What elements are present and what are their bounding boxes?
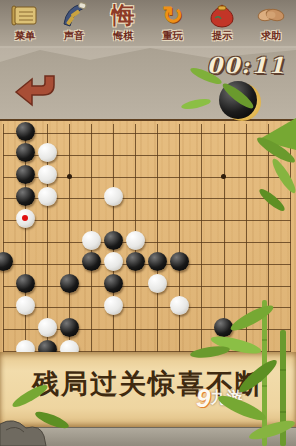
hui-character-icon: 悔 — [108, 0, 138, 30]
red-pouch-icon — [207, 0, 237, 30]
sound-label: 声音 — [64, 30, 84, 41]
status-bar: 00:11 — [0, 48, 296, 119]
horn-icon — [59, 0, 89, 30]
white-stone[interactable] — [104, 187, 123, 206]
toolbar: 菜单 声音 悔 悔棋 ↻ 重玩 — [0, 0, 296, 48]
sound-button[interactable]: 声音 — [50, 0, 98, 41]
ask-help-label: 求助 — [261, 30, 281, 41]
timer: 00:11 — [166, 52, 286, 78]
white-stone[interactable] — [16, 209, 35, 228]
undo-move-button[interactable]: 悔 悔棋 — [99, 0, 147, 41]
watermark-text: 九游 — [210, 388, 242, 409]
watermark-9: 9 — [196, 383, 210, 414]
black-stone[interactable] — [16, 122, 35, 141]
hint-label: 提示 — [212, 30, 232, 41]
banner-text: 残局过关惊喜不断 — [0, 366, 296, 402]
star-point — [67, 174, 72, 179]
scroll-icon — [10, 0, 40, 30]
black-stone[interactable] — [0, 252, 13, 271]
black-stone[interactable] — [214, 318, 233, 337]
hint-button[interactable]: 提示 — [198, 0, 246, 41]
white-stone[interactable] — [38, 143, 57, 162]
white-stone[interactable] — [104, 252, 123, 271]
black-stone[interactable] — [16, 165, 35, 184]
board-grid[interactable] — [0, 119, 296, 379]
turn-indicator — [219, 81, 261, 123]
black-stone[interactable] — [148, 252, 167, 271]
white-stone[interactable] — [170, 296, 189, 315]
watermark-logo: 9 九游 — [196, 383, 242, 414]
gomoku-app: 菜单 声音 悔 悔棋 ↻ 重玩 — [0, 0, 296, 446]
bottom-strip — [0, 427, 296, 446]
black-stone[interactable] — [60, 274, 79, 293]
menu-label: 菜单 — [15, 30, 35, 41]
handshake-icon — [256, 0, 286, 30]
white-stone[interactable] — [16, 296, 35, 315]
black-stone[interactable] — [104, 274, 123, 293]
promo-banner: 残局过关惊喜不断 9 九游 — [0, 352, 296, 427]
black-stone[interactable] — [16, 143, 35, 162]
star-point — [221, 174, 226, 179]
black-stone[interactable] — [60, 318, 79, 337]
back-arrow-icon — [12, 66, 58, 112]
replay-button[interactable]: ↻ 重玩 — [149, 0, 197, 41]
white-stone[interactable] — [148, 274, 167, 293]
replay-label: 重玩 — [163, 30, 183, 41]
white-stone[interactable] — [38, 318, 57, 337]
black-stone[interactable] — [16, 274, 35, 293]
black-stone[interactable] — [82, 252, 101, 271]
white-stone[interactable] — [38, 165, 57, 184]
black-stone[interactable] — [170, 252, 189, 271]
replay-swirl-icon: ↻ — [158, 0, 188, 30]
ask-help-button[interactable]: 求助 — [247, 0, 295, 41]
white-stone[interactable] — [38, 187, 57, 206]
undo-move-label: 悔棋 — [113, 30, 133, 41]
menu-button[interactable]: 菜单 — [1, 0, 49, 41]
white-stone[interactable] — [82, 231, 101, 250]
black-stone[interactable] — [126, 252, 145, 271]
back-button[interactable] — [12, 66, 58, 112]
black-stone[interactable] — [16, 187, 35, 206]
white-stone[interactable] — [126, 231, 145, 250]
black-turn-stone — [219, 81, 257, 119]
white-stone[interactable] — [104, 296, 123, 315]
black-stone[interactable] — [104, 231, 123, 250]
